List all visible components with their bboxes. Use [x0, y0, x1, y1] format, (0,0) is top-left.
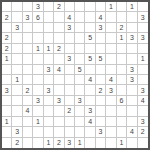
- puzzle-board: 3211236443333225133211213551345314433232…: [0, 0, 150, 150]
- empty-cell-r2c12[interactable]: [117, 12, 127, 22]
- clue-cell-r5c4: 1: [33, 44, 43, 54]
- empty-cell-r13c3[interactable]: [23, 127, 33, 137]
- empty-cell-r7c14[interactable]: [138, 65, 148, 75]
- empty-cell-r4c8[interactable]: [75, 33, 85, 43]
- clue-cell-r12c4: 1: [33, 117, 43, 127]
- empty-cell-r3c14[interactable]: [138, 23, 148, 33]
- clue-cell-r13c14: 2: [138, 127, 148, 137]
- empty-cell-r10c7[interactable]: [65, 96, 75, 106]
- empty-cell-r12c2[interactable]: [12, 117, 22, 127]
- empty-cell-r4c3[interactable]: [23, 33, 33, 43]
- empty-cell-r3c3[interactable]: [23, 23, 33, 33]
- empty-cell-r4c4[interactable]: [33, 33, 43, 43]
- clue-cell-r12c14: 3: [138, 117, 148, 127]
- empty-cell-r3c6[interactable]: [54, 23, 64, 33]
- empty-cell-r8c14[interactable]: [138, 75, 148, 85]
- empty-cell-r6c11[interactable]: [106, 54, 116, 64]
- empty-cell-r12c6[interactable]: [54, 117, 64, 127]
- empty-cell-r1c5[interactable]: [44, 2, 54, 12]
- empty-cell-r12c10[interactable]: [96, 117, 106, 127]
- empty-cell-r8c3[interactable]: [23, 75, 33, 85]
- empty-cell-r3c11[interactable]: [106, 23, 116, 33]
- clue-cell-r2c7: 4: [65, 12, 75, 22]
- empty-cell-r1c9[interactable]: [85, 2, 95, 12]
- clue-cell-r6c9: 5: [85, 54, 95, 64]
- empty-cell-r2c11[interactable]: [106, 12, 116, 22]
- clue-cell-r4c1: 2: [2, 33, 12, 43]
- clue-cell-r3c12: 2: [117, 23, 127, 33]
- empty-cell-r12c12[interactable]: [117, 117, 127, 127]
- empty-cell-r7c4[interactable]: [33, 65, 43, 75]
- empty-cell-r1c7[interactable]: [65, 2, 75, 12]
- clue-cell-r6c14: 1: [138, 54, 148, 64]
- clue-cell-r1c6: 2: [54, 2, 64, 12]
- empty-cell-r11c11[interactable]: [106, 106, 116, 116]
- clue-cell-r14c6: 2: [54, 138, 64, 148]
- empty-cell-r7c10[interactable]: [96, 65, 106, 75]
- empty-cell-r3c9[interactable]: [85, 23, 95, 33]
- clue-cell-r9c10: 2: [96, 85, 106, 95]
- empty-cell-r13c9[interactable]: [85, 127, 95, 137]
- clue-cell-r10c8: 3: [75, 96, 85, 106]
- clue-cell-r10c4: 3: [33, 96, 43, 106]
- empty-cell-r3c13[interactable]: [127, 23, 137, 33]
- clue-cell-r1c13: 1: [127, 2, 137, 12]
- empty-cell-r2c6[interactable]: [54, 12, 64, 22]
- empty-cell-r11c8[interactable]: [75, 106, 85, 116]
- empty-cell-r12c11[interactable]: [106, 117, 116, 127]
- clue-cell-r4c13: 3: [127, 33, 137, 43]
- empty-cell-r9c7[interactable]: [65, 85, 75, 95]
- clue-cell-r4c14: 3: [138, 33, 148, 43]
- empty-cell-r10c2[interactable]: [12, 96, 22, 106]
- clue-cell-r4c9: 5: [85, 33, 95, 43]
- empty-cell-r11c1[interactable]: [2, 106, 12, 116]
- empty-cell-r14c9[interactable]: [85, 138, 95, 148]
- clue-cell-r7c8: 5: [75, 65, 85, 75]
- empty-cell-r5c2[interactable]: [12, 44, 22, 54]
- empty-cell-r6c5[interactable]: [44, 54, 54, 64]
- empty-cell-r4c5[interactable]: [44, 33, 54, 43]
- clue-cell-r5c6: 2: [54, 44, 64, 54]
- clue-cell-r12c1: 1: [2, 117, 12, 127]
- empty-cell-r13c8[interactable]: [75, 127, 85, 137]
- empty-cell-r13c5[interactable]: [44, 127, 54, 137]
- clue-cell-r9c14: 3: [138, 85, 148, 95]
- clue-cell-r3c7: 3: [65, 23, 75, 33]
- clue-cell-r9c5: 3: [44, 85, 54, 95]
- empty-cell-r12c7[interactable]: [65, 117, 75, 127]
- clue-cell-r6c1: 1: [2, 54, 12, 64]
- clue-cell-r11c3: 4: [23, 106, 33, 116]
- empty-cell-r3c1[interactable]: [2, 23, 12, 33]
- empty-cell-r7c1[interactable]: [2, 65, 12, 75]
- empty-cell-r11c4[interactable]: [33, 106, 43, 116]
- empty-cell-r14c14[interactable]: [138, 138, 148, 148]
- empty-cell-r10c9[interactable]: [85, 96, 95, 106]
- empty-cell-r6c6[interactable]: [54, 54, 64, 64]
- empty-cell-r12c8[interactable]: [75, 117, 85, 127]
- clue-cell-r3c10: 3: [96, 23, 106, 33]
- empty-cell-r11c6[interactable]: [54, 106, 64, 116]
- empty-cell-r14c4[interactable]: [33, 138, 43, 148]
- empty-cell-r7c11[interactable]: [106, 65, 116, 75]
- empty-cell-r10c1[interactable]: [2, 96, 12, 106]
- empty-cell-r8c7[interactable]: [65, 75, 75, 85]
- empty-cell-r5c12[interactable]: [117, 44, 127, 54]
- empty-cell-r11c14[interactable]: [138, 106, 148, 116]
- empty-cell-r1c14[interactable]: [138, 2, 148, 12]
- empty-cell-r12c3[interactable]: [23, 117, 33, 127]
- empty-cell-r5c13[interactable]: [127, 44, 137, 54]
- empty-cell-r9c13[interactable]: [127, 85, 137, 95]
- clue-cell-r14c7: 3: [65, 138, 75, 148]
- empty-cell-r8c8[interactable]: [75, 75, 85, 85]
- empty-cell-r7c3[interactable]: [23, 65, 33, 75]
- clue-cell-r14c8: 1: [75, 138, 85, 148]
- clue-cell-r11c9: 3: [85, 106, 95, 116]
- empty-cell-r7c2[interactable]: [12, 65, 22, 75]
- empty-cell-r6c12[interactable]: [117, 54, 127, 64]
- empty-cell-r9c2[interactable]: [12, 85, 22, 95]
- empty-cell-r8c10[interactable]: [96, 75, 106, 85]
- empty-cell-r13c4[interactable]: [33, 127, 43, 137]
- empty-cell-r5c8[interactable]: [75, 44, 85, 54]
- empty-cell-r5c7[interactable]: [65, 44, 75, 54]
- empty-cell-r6c4[interactable]: [33, 54, 43, 64]
- empty-cell-r8c5[interactable]: [44, 75, 54, 85]
- empty-cell-r10c3[interactable]: [23, 96, 33, 106]
- clue-cell-r10c6: 3: [54, 96, 64, 106]
- empty-cell-r4c7[interactable]: [65, 33, 75, 43]
- empty-cell-r5c10[interactable]: [96, 44, 106, 54]
- empty-cell-r13c12[interactable]: [117, 127, 127, 137]
- empty-cell-r5c3[interactable]: [23, 44, 33, 54]
- empty-cell-r5c11[interactable]: [106, 44, 116, 54]
- empty-cell-r6c13[interactable]: [127, 54, 137, 64]
- clue-cell-r9c3: 2: [23, 85, 33, 95]
- empty-cell-r6c3[interactable]: [23, 54, 33, 64]
- empty-cell-r9c12[interactable]: [117, 85, 127, 95]
- empty-cell-r14c11[interactable]: [106, 138, 116, 148]
- clue-cell-r8c11: 4: [106, 75, 116, 85]
- clue-cell-r13c13: 4: [127, 127, 137, 137]
- empty-cell-r7c12[interactable]: [117, 65, 127, 75]
- empty-cell-r4c10[interactable]: [96, 33, 106, 43]
- empty-cell-r7c7[interactable]: [65, 65, 75, 75]
- clue-cell-r5c5: 1: [44, 44, 54, 54]
- empty-cell-r12c13[interactable]: [127, 117, 137, 127]
- empty-cell-r2c8[interactable]: [75, 12, 85, 22]
- clue-cell-r6c7: 3: [65, 54, 75, 64]
- empty-cell-r1c2[interactable]: [12, 2, 22, 12]
- clue-cell-r9c11: 3: [106, 85, 116, 95]
- empty-cell-r1c8[interactable]: [75, 2, 85, 12]
- empty-cell-r11c12[interactable]: [117, 106, 127, 116]
- clue-cell-r6c10: 5: [96, 54, 106, 64]
- clue-cell-r10c12: 6: [117, 96, 127, 106]
- empty-cell-r2c5[interactable]: [44, 12, 54, 22]
- empty-cell-r9c6[interactable]: [54, 85, 64, 95]
- empty-cell-r11c2[interactable]: [12, 106, 22, 116]
- clue-cell-r7c6: 4: [54, 65, 64, 75]
- empty-cell-r5c14[interactable]: [138, 44, 148, 54]
- empty-cell-r11c13[interactable]: [127, 106, 137, 116]
- empty-cell-r9c8[interactable]: [75, 85, 85, 95]
- empty-cell-r1c3[interactable]: [23, 2, 33, 12]
- empty-cell-r10c10[interactable]: [96, 96, 106, 106]
- empty-cell-r3c5[interactable]: [44, 23, 54, 33]
- empty-cell-r11c5[interactable]: [44, 106, 54, 116]
- empty-cell-r10c13[interactable]: [127, 96, 137, 106]
- clue-cell-r2c4: 6: [33, 12, 43, 22]
- clue-cell-r8c2: 1: [12, 75, 22, 85]
- clue-cell-r9c1: 3: [2, 85, 12, 95]
- clue-cell-r4c12: 1: [117, 33, 127, 43]
- clue-cell-r5c1: 2: [2, 44, 12, 54]
- empty-cell-r2c2[interactable]: [12, 12, 22, 22]
- clue-cell-r2c14: 3: [138, 12, 148, 22]
- clue-cell-r2c10: 4: [96, 12, 106, 22]
- empty-cell-r9c9[interactable]: [85, 85, 95, 95]
- empty-cell-r7c9[interactable]: [85, 65, 95, 75]
- empty-cell-r2c9[interactable]: [85, 12, 95, 22]
- empty-cell-r3c8[interactable]: [75, 23, 85, 33]
- empty-cell-r6c2[interactable]: [12, 54, 22, 64]
- empty-cell-r2c13[interactable]: [127, 12, 137, 22]
- empty-cell-r8c6[interactable]: [54, 75, 64, 85]
- empty-cell-r14c10[interactable]: [96, 138, 106, 148]
- clue-cell-r7c13: 3: [127, 65, 137, 75]
- clue-cell-r14c2: 2: [12, 138, 22, 148]
- empty-cell-r4c11[interactable]: [106, 33, 116, 43]
- clue-cell-r11c7: 2: [65, 106, 75, 116]
- empty-cell-r13c7[interactable]: [65, 127, 75, 137]
- empty-cell-r8c12[interactable]: [117, 75, 127, 85]
- clue-cell-r10c14: 4: [138, 96, 148, 106]
- clue-cell-r8c13: 3: [127, 75, 137, 85]
- empty-cell-r11c10[interactable]: [96, 106, 106, 116]
- empty-cell-r3c4[interactable]: [33, 23, 43, 33]
- empty-cell-r6c8[interactable]: [75, 54, 85, 64]
- empty-cell-r12c5[interactable]: [44, 117, 54, 127]
- empty-cell-r14c1[interactable]: [2, 138, 12, 148]
- empty-cell-r8c4[interactable]: [33, 75, 43, 85]
- clue-cell-r2c1: 2: [2, 12, 12, 22]
- clue-cell-r14c5: 1: [44, 138, 54, 148]
- clue-cell-r13c2: 3: [12, 127, 22, 137]
- clue-cell-r12c9: 4: [85, 117, 95, 127]
- clue-cell-r2c3: 3: [23, 12, 33, 22]
- empty-cell-r8c1[interactable]: [2, 75, 12, 85]
- empty-cell-r9c4[interactable]: [33, 85, 43, 95]
- empty-cell-r1c10[interactable]: [96, 2, 106, 12]
- empty-cell-r13c6[interactable]: [54, 127, 64, 137]
- empty-cell-r14c3[interactable]: [23, 138, 33, 148]
- empty-cell-r13c11[interactable]: [106, 127, 116, 137]
- empty-cell-r4c2[interactable]: [12, 33, 22, 43]
- empty-cell-r4c6[interactable]: [54, 33, 64, 43]
- empty-cell-r10c5[interactable]: [44, 96, 54, 106]
- clue-cell-r13c10: 3: [96, 127, 106, 137]
- empty-cell-r1c1[interactable]: [2, 2, 12, 12]
- empty-cell-r10c11[interactable]: [106, 96, 116, 106]
- clue-cell-r14c12: 1: [117, 138, 127, 148]
- clue-cell-r1c4: 3: [33, 2, 43, 12]
- clue-cell-r3c2: 3: [12, 23, 22, 33]
- empty-cell-r13c1[interactable]: [2, 127, 12, 137]
- empty-cell-r1c12[interactable]: [117, 2, 127, 12]
- clue-cell-r8c9: 4: [85, 75, 95, 85]
- empty-cell-r5c9[interactable]: [85, 44, 95, 54]
- clue-cell-r1c11: 1: [106, 2, 116, 12]
- clue-cell-r7c5: 3: [44, 65, 54, 75]
- empty-cell-r14c13[interactable]: [127, 138, 137, 148]
